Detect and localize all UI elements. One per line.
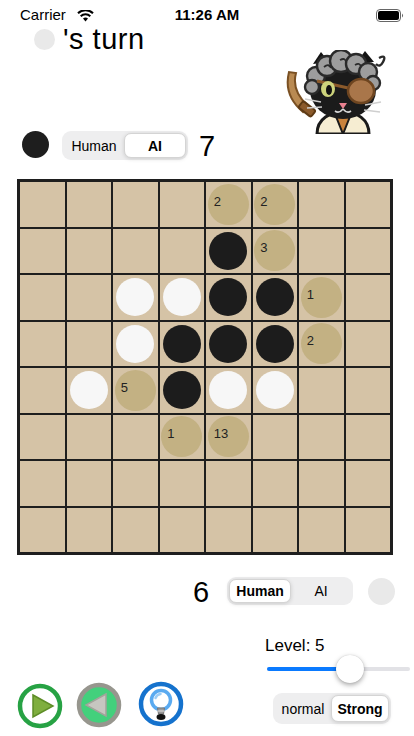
white-disc: [116, 278, 154, 316]
black-mode-ai[interactable]: AI: [124, 133, 186, 158]
board-cell-g1[interactable]: [298, 181, 345, 228]
board-cell-g3[interactable]: 1: [298, 274, 345, 321]
board-cell-f7[interactable]: [252, 460, 299, 507]
battery-icon: [376, 8, 404, 26]
black-mode-segmented: Human AI: [62, 131, 188, 160]
move-hint-f2[interactable]: 3: [254, 230, 295, 271]
board-cell-a7[interactable]: [19, 460, 66, 507]
white-mode-segmented: Human AI: [227, 577, 353, 605]
board-cell-f6[interactable]: [252, 414, 299, 461]
board-cell-b7[interactable]: [66, 460, 113, 507]
move-hint-e6[interactable]: 13: [208, 416, 249, 457]
board-cell-f5: [252, 367, 299, 414]
board-cell-c5[interactable]: 5: [112, 367, 159, 414]
board-cell-f1[interactable]: 2: [252, 181, 299, 228]
white-disc: [209, 371, 247, 409]
board-cell-g5[interactable]: [298, 367, 345, 414]
board-cell-d4: [159, 321, 206, 368]
board-cell-a5[interactable]: [19, 367, 66, 414]
board-cell-g8[interactable]: [298, 507, 345, 554]
board-cell-a1[interactable]: [19, 181, 66, 228]
white-disc-icon: [34, 29, 55, 50]
strength-strong[interactable]: Strong: [331, 695, 389, 722]
turn-label: 's turn: [63, 23, 145, 56]
board-cell-e4: [205, 321, 252, 368]
move-hint-e1[interactable]: 2: [208, 184, 249, 225]
board-cell-a4[interactable]: [19, 321, 66, 368]
move-hint-g4[interactable]: 2: [301, 323, 342, 364]
board-cell-c8[interactable]: [112, 507, 159, 554]
board-cell-d7[interactable]: [159, 460, 206, 507]
board-cell-d6[interactable]: 1: [159, 414, 206, 461]
board-cell-b5: [66, 367, 113, 414]
board-cell-f8[interactable]: [252, 507, 299, 554]
white-disc: [163, 278, 201, 316]
hint-button[interactable]: [138, 681, 184, 727]
white-disc: [116, 325, 154, 363]
undo-button[interactable]: [76, 682, 122, 728]
move-hint-d6[interactable]: 1: [161, 416, 202, 457]
board-cell-c6[interactable]: [112, 414, 159, 461]
board-cell-a8[interactable]: [19, 507, 66, 554]
level-label: Level: 5: [265, 636, 325, 656]
black-disc: [209, 325, 247, 363]
slider-thumb[interactable]: [336, 655, 364, 683]
board-cell-e3: [205, 274, 252, 321]
board-cell-e6[interactable]: 13: [205, 414, 252, 461]
white-mode-human[interactable]: Human: [229, 579, 291, 603]
board-cell-h2[interactable]: [345, 228, 392, 275]
white-disc: [70, 371, 108, 409]
black-disc: [256, 325, 294, 363]
board-cell-g7[interactable]: [298, 460, 345, 507]
board-cell-d5: [159, 367, 206, 414]
board-cell-d3: [159, 274, 206, 321]
black-mode-human[interactable]: Human: [64, 133, 124, 158]
black-disc: [209, 232, 247, 270]
board-cell-b8[interactable]: [66, 507, 113, 554]
board-cell-e5: [205, 367, 252, 414]
board-cell-h3[interactable]: [345, 274, 392, 321]
level-slider[interactable]: [267, 655, 410, 683]
move-hint-g3[interactable]: 1: [301, 277, 342, 318]
board-cell-g4[interactable]: 2: [298, 321, 345, 368]
black-disc: [163, 325, 201, 363]
board-cell-e2: [205, 228, 252, 275]
board-cell-c2[interactable]: [112, 228, 159, 275]
board-cell-g6[interactable]: [298, 414, 345, 461]
board-cell-a2[interactable]: [19, 228, 66, 275]
board-cell-h1[interactable]: [345, 181, 392, 228]
board-cell-d1[interactable]: [159, 181, 206, 228]
board-cell-b6[interactable]: [66, 414, 113, 461]
white-player-disc: [368, 578, 395, 605]
pirate-cat-image: [283, 50, 401, 134]
board-cell-f4: [252, 321, 299, 368]
board-cell-h5[interactable]: [345, 367, 392, 414]
board-cell-b3[interactable]: [66, 274, 113, 321]
board-cell-e7[interactable]: [205, 460, 252, 507]
black-score: 7: [199, 130, 215, 163]
black-disc: [163, 371, 201, 409]
board-cell-c7[interactable]: [112, 460, 159, 507]
board-cell-h4[interactable]: [345, 321, 392, 368]
board-cell-f2[interactable]: 3: [252, 228, 299, 275]
board-cell-d8[interactable]: [159, 507, 206, 554]
board: 223125113: [17, 179, 393, 555]
strength-segmented: normal Strong: [273, 693, 391, 724]
clock: 11:26 AM: [0, 6, 414, 23]
board-cell-e8[interactable]: [205, 507, 252, 554]
board-cell-c3: [112, 274, 159, 321]
board-cell-b4[interactable]: [66, 321, 113, 368]
white-disc: [256, 371, 294, 409]
board-cell-a6[interactable]: [19, 414, 66, 461]
strength-normal[interactable]: normal: [275, 695, 331, 722]
board-cell-b2[interactable]: [66, 228, 113, 275]
board-cell-e1[interactable]: 2: [205, 181, 252, 228]
move-hint-f1[interactable]: 2: [254, 184, 295, 225]
white-mode-ai[interactable]: AI: [291, 579, 351, 603]
black-disc: [256, 278, 294, 316]
board-cell-g2[interactable]: [298, 228, 345, 275]
board-cell-c1[interactable]: [112, 181, 159, 228]
black-disc: [209, 278, 247, 316]
white-score: 6: [193, 576, 209, 609]
black-player-disc: [22, 131, 49, 158]
play-button[interactable]: [17, 683, 63, 729]
board-cell-b1[interactable]: [66, 181, 113, 228]
board-cell-h7[interactable]: [345, 460, 392, 507]
turn-indicator: 's turn: [34, 23, 145, 56]
board-cell-h8[interactable]: [345, 507, 392, 554]
board-cell-d2[interactable]: [159, 228, 206, 275]
move-hint-c5[interactable]: 5: [115, 370, 156, 411]
board-cell-h6[interactable]: [345, 414, 392, 461]
board-cell-c4: [112, 321, 159, 368]
board-cell-f3: [252, 274, 299, 321]
board-cell-a3[interactable]: [19, 274, 66, 321]
